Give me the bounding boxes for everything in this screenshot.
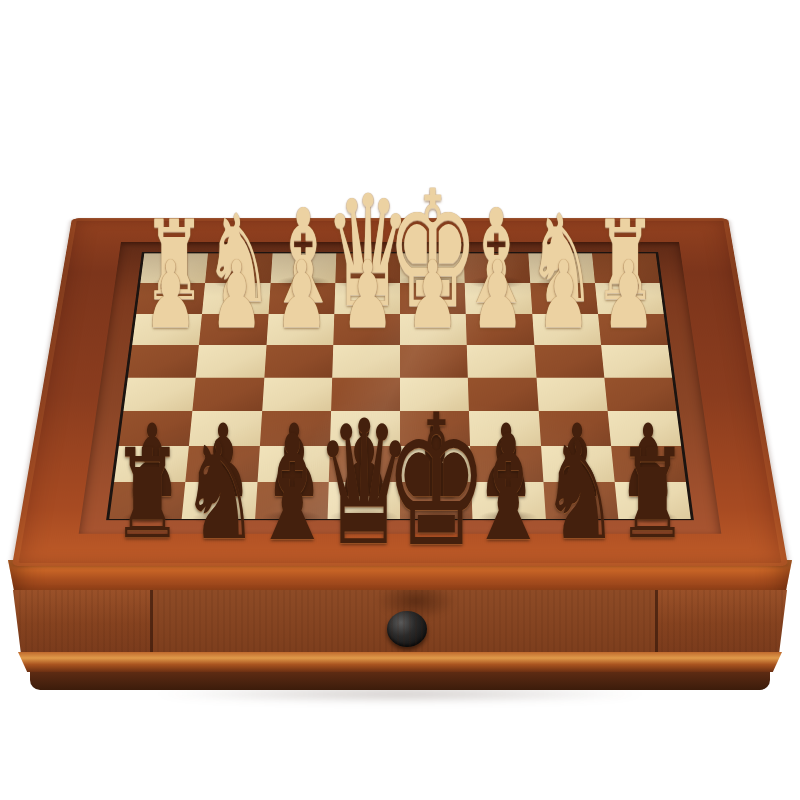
piece-black-rook[interactable]: ♜: [552, 422, 752, 545]
chess-set-photo: ♜♞♝♛♚♝♞♜♟♟♟♟♟♟♟♟♟♟♟♟♟♟♟♟♜♞♝♛♚♝♞♜: [0, 0, 800, 800]
piece-white-pawn[interactable]: ♟: [529, 241, 729, 334]
pawn-glyph: ♟: [602, 249, 655, 342]
pieces-layer: ♜♞♝♛♚♝♞♜♟♟♟♟♟♟♟♟♟♟♟♟♟♟♟♟♜♞♝♛♚♝♞♜: [0, 0, 800, 800]
rook-glyph: ♜: [617, 433, 688, 556]
